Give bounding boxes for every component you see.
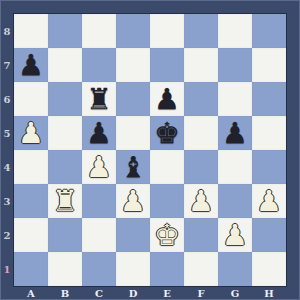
square-d1[interactable] bbox=[116, 252, 150, 286]
square-b5[interactable] bbox=[48, 116, 82, 150]
square-h4[interactable] bbox=[252, 150, 286, 184]
square-d3[interactable]: ♟ bbox=[116, 184, 150, 218]
square-a1[interactable] bbox=[14, 252, 48, 286]
square-e6[interactable]: ♟ bbox=[150, 82, 184, 116]
square-h5[interactable] bbox=[252, 116, 286, 150]
file-label-e: E bbox=[150, 286, 184, 300]
black-king[interactable]: ♚ bbox=[154, 116, 180, 150]
square-c8[interactable] bbox=[82, 14, 116, 48]
square-h2[interactable] bbox=[252, 218, 286, 252]
square-c7[interactable] bbox=[82, 48, 116, 82]
square-d4[interactable]: ♝ bbox=[116, 150, 150, 184]
square-b7[interactable] bbox=[48, 48, 82, 82]
white-pawn[interactable]: ♟ bbox=[86, 150, 112, 184]
square-f6[interactable] bbox=[184, 82, 218, 116]
square-f4[interactable] bbox=[184, 150, 218, 184]
black-pawn[interactable]: ♟ bbox=[86, 116, 112, 150]
white-rook[interactable]: ♜ bbox=[52, 184, 78, 218]
rank-label-8: 8 bbox=[0, 14, 14, 48]
square-a8[interactable] bbox=[14, 14, 48, 48]
square-e2[interactable]: ♚ bbox=[150, 218, 184, 252]
square-g6[interactable] bbox=[218, 82, 252, 116]
square-a7[interactable]: ♟ bbox=[14, 48, 48, 82]
square-g8[interactable] bbox=[218, 14, 252, 48]
square-f8[interactable] bbox=[184, 14, 218, 48]
rank-label-3: 3 bbox=[0, 184, 14, 218]
file-label-h: H bbox=[252, 286, 286, 300]
square-h7[interactable] bbox=[252, 48, 286, 82]
chess-board-frame: 87654321 ♟♜♟♟♟♚♟♟♝♜♟♟♟♚♟ ABCDEFGH bbox=[0, 0, 300, 300]
square-a6[interactable] bbox=[14, 82, 48, 116]
square-d7[interactable] bbox=[116, 48, 150, 82]
white-pawn[interactable]: ♟ bbox=[188, 184, 214, 218]
rank-label-6: 6 bbox=[0, 82, 14, 116]
black-rook[interactable]: ♜ bbox=[86, 82, 112, 116]
white-pawn[interactable]: ♟ bbox=[256, 184, 282, 218]
square-a3[interactable] bbox=[14, 184, 48, 218]
file-label-d: D bbox=[116, 286, 150, 300]
square-f1[interactable] bbox=[184, 252, 218, 286]
white-king[interactable]: ♚ bbox=[154, 218, 180, 252]
black-pawn[interactable]: ♟ bbox=[154, 82, 180, 116]
square-g1[interactable] bbox=[218, 252, 252, 286]
square-f3[interactable]: ♟ bbox=[184, 184, 218, 218]
square-b8[interactable] bbox=[48, 14, 82, 48]
rank-label-5: 5 bbox=[0, 116, 14, 150]
square-e8[interactable] bbox=[150, 14, 184, 48]
square-b4[interactable] bbox=[48, 150, 82, 184]
chess-board: ♟♜♟♟♟♚♟♟♝♜♟♟♟♚♟ bbox=[14, 14, 286, 286]
rank-labels: 87654321 bbox=[0, 14, 14, 286]
square-g4[interactable] bbox=[218, 150, 252, 184]
file-label-a: A bbox=[14, 286, 48, 300]
square-a5[interactable]: ♟ bbox=[14, 116, 48, 150]
square-h6[interactable] bbox=[252, 82, 286, 116]
black-bishop[interactable]: ♝ bbox=[120, 150, 146, 184]
file-labels: ABCDEFGH bbox=[14, 286, 286, 300]
rank-label-4: 4 bbox=[0, 150, 14, 184]
square-c4[interactable]: ♟ bbox=[82, 150, 116, 184]
square-d8[interactable] bbox=[116, 14, 150, 48]
rank-label-2: 2 bbox=[0, 218, 14, 252]
square-h8[interactable] bbox=[252, 14, 286, 48]
square-e5[interactable]: ♚ bbox=[150, 116, 184, 150]
square-c6[interactable]: ♜ bbox=[82, 82, 116, 116]
file-label-g: G bbox=[218, 286, 252, 300]
square-e1[interactable] bbox=[150, 252, 184, 286]
square-e7[interactable] bbox=[150, 48, 184, 82]
rank-label-1: 1 bbox=[0, 252, 14, 286]
square-c1[interactable] bbox=[82, 252, 116, 286]
file-label-f: F bbox=[184, 286, 218, 300]
square-d2[interactable] bbox=[116, 218, 150, 252]
black-pawn[interactable]: ♟ bbox=[222, 116, 248, 150]
black-pawn[interactable]: ♟ bbox=[18, 48, 44, 82]
square-f7[interactable] bbox=[184, 48, 218, 82]
square-g5[interactable]: ♟ bbox=[218, 116, 252, 150]
white-pawn[interactable]: ♟ bbox=[120, 184, 146, 218]
square-b2[interactable] bbox=[48, 218, 82, 252]
square-c3[interactable] bbox=[82, 184, 116, 218]
white-pawn[interactable]: ♟ bbox=[222, 218, 248, 252]
square-e4[interactable] bbox=[150, 150, 184, 184]
white-pawn[interactable]: ♟ bbox=[18, 116, 44, 150]
square-b1[interactable] bbox=[48, 252, 82, 286]
square-g2[interactable]: ♟ bbox=[218, 218, 252, 252]
square-b3[interactable]: ♜ bbox=[48, 184, 82, 218]
square-d6[interactable] bbox=[116, 82, 150, 116]
rank-label-7: 7 bbox=[0, 48, 14, 82]
square-c2[interactable] bbox=[82, 218, 116, 252]
square-h3[interactable]: ♟ bbox=[252, 184, 286, 218]
square-d5[interactable] bbox=[116, 116, 150, 150]
square-b6[interactable] bbox=[48, 82, 82, 116]
file-label-b: B bbox=[48, 286, 82, 300]
square-g7[interactable] bbox=[218, 48, 252, 82]
square-f5[interactable] bbox=[184, 116, 218, 150]
square-g3[interactable] bbox=[218, 184, 252, 218]
square-f2[interactable] bbox=[184, 218, 218, 252]
square-a4[interactable] bbox=[14, 150, 48, 184]
square-h1[interactable] bbox=[252, 252, 286, 286]
file-label-c: C bbox=[82, 286, 116, 300]
square-a2[interactable] bbox=[14, 218, 48, 252]
square-c5[interactable]: ♟ bbox=[82, 116, 116, 150]
square-e3[interactable] bbox=[150, 184, 184, 218]
